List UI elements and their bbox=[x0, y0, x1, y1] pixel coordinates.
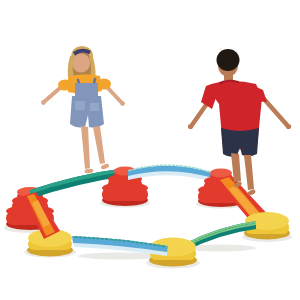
girl-sleeve-left bbox=[58, 80, 72, 91]
girl-arm-left bbox=[45, 88, 60, 101]
shadow bbox=[78, 253, 162, 260]
girl-leg-front bbox=[81, 126, 90, 169]
girl-denim-highlight bbox=[75, 101, 85, 110]
girl-arm-right bbox=[106, 86, 121, 102]
boy-shorts bbox=[221, 128, 259, 157]
girl-foot-front bbox=[84, 168, 94, 174]
boy-hair bbox=[217, 49, 240, 71]
boy-hand-left bbox=[188, 124, 193, 129]
girl-foot-back bbox=[100, 163, 109, 170]
product-photo: Two young children balancing on a hexago… bbox=[0, 0, 300, 300]
girl-hand-left bbox=[41, 100, 46, 105]
girl-head bbox=[72, 54, 90, 73]
boy-arm-left bbox=[192, 105, 206, 125]
boy-leg-right bbox=[244, 155, 254, 190]
girl-hand-right bbox=[120, 101, 125, 106]
girl bbox=[41, 46, 125, 174]
girl-overall-shorts bbox=[70, 96, 104, 128]
girl-denim-highlight bbox=[90, 103, 99, 111]
balance-course-scene: Two young children balancing on a hexago… bbox=[0, 0, 300, 300]
boy-hand-right bbox=[286, 124, 291, 129]
boy-arm-right bbox=[264, 99, 287, 125]
girl-leg-back bbox=[93, 126, 105, 164]
girl-sleeve-right bbox=[97, 79, 111, 90]
